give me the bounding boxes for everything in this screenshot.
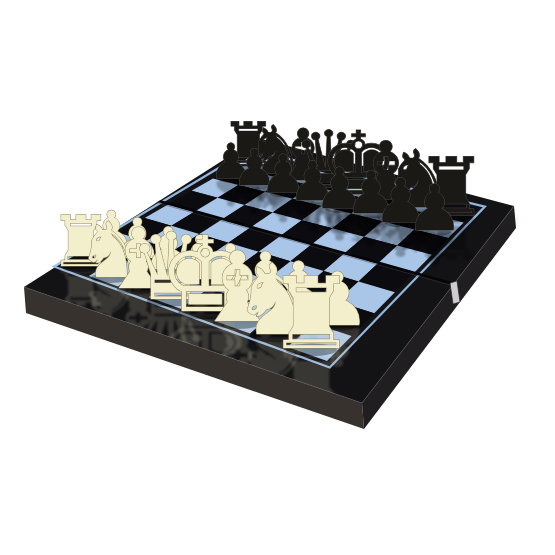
chess-set-photo: ♜♞♟♝♟♛♟♚♝♟♞♟♟♜♟♟♟♟♜♟♞♟♝♟♛♟♚♟♝♟♞♜♜♞♟♝♟♛♟♚…	[0, 0, 555, 555]
board-photo-svg: ♜♞♟♝♟♛♟♚♝♟♞♟♟♜♟♟♟♟♜♟♞♟♝♟♛♟♚♟♝♟♞♜♜♞♟♝♟♛♟♚…	[0, 0, 555, 555]
piece-black-pawn-h7: ♟	[406, 171, 463, 245]
piece-white-rook-h1: ♜	[267, 256, 356, 371]
